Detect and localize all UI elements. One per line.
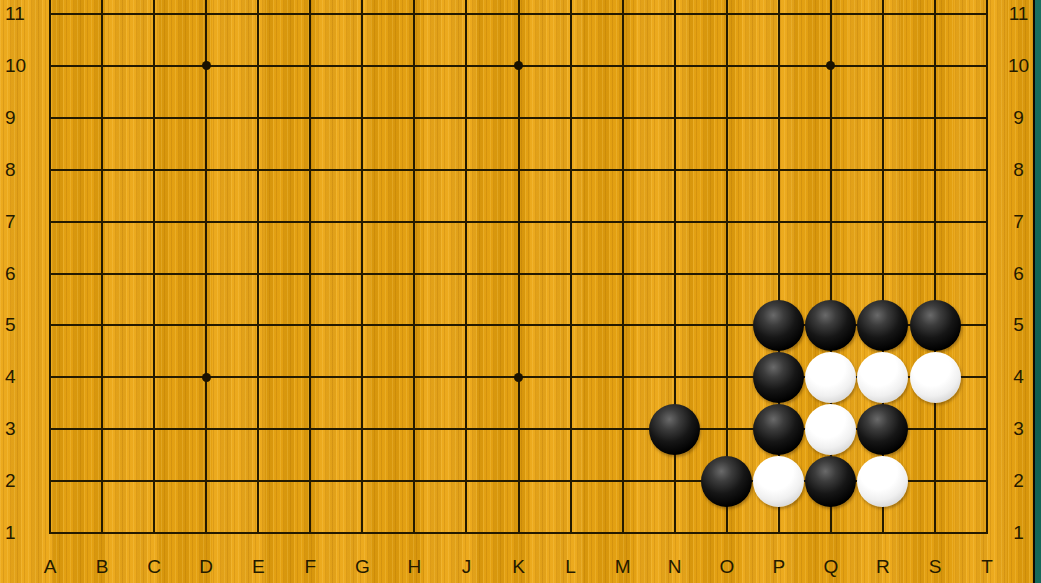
row-label-left-4: 4 bbox=[5, 366, 45, 388]
col-label-O: O bbox=[712, 554, 742, 580]
stone-white-P2 bbox=[753, 456, 804, 507]
row-label-right-5: 5 bbox=[1000, 314, 1037, 336]
row-label-left-6: 6 bbox=[5, 263, 45, 285]
col-label-S: S bbox=[920, 554, 950, 580]
grid-line-vertical-C bbox=[153, 0, 155, 534]
star-point-K4 bbox=[514, 373, 523, 382]
row-label-right-6: 6 bbox=[1000, 263, 1037, 285]
stone-white-Q3 bbox=[805, 404, 856, 455]
grid-line-horizontal-9 bbox=[49, 117, 988, 119]
row-label-right-11: 11 bbox=[1000, 3, 1037, 25]
stone-black-O2 bbox=[701, 456, 752, 507]
grid-line-vertical-O bbox=[726, 0, 728, 534]
row-label-left-10: 10 bbox=[5, 55, 45, 77]
row-label-left-5: 5 bbox=[5, 314, 45, 336]
col-label-M: M bbox=[608, 554, 638, 580]
star-point-D4 bbox=[202, 373, 211, 382]
col-label-T: T bbox=[972, 554, 1002, 580]
stone-black-N3 bbox=[649, 404, 700, 455]
row-label-left-9: 9 bbox=[5, 107, 45, 129]
grid-line-horizontal-6 bbox=[49, 273, 988, 275]
stone-white-R4 bbox=[857, 352, 908, 403]
star-point-D10 bbox=[202, 61, 211, 70]
grid-line-vertical-T bbox=[986, 0, 988, 534]
col-label-C: C bbox=[139, 554, 169, 580]
grid-line-vertical-J bbox=[465, 0, 467, 534]
grid-line-vertical-B bbox=[101, 0, 103, 534]
row-label-right-1: 1 bbox=[1000, 522, 1037, 544]
board-right-edge-strip bbox=[1033, 0, 1041, 583]
stone-black-P3 bbox=[753, 404, 804, 455]
row-label-right-10: 10 bbox=[1000, 55, 1037, 77]
grid-line-vertical-S bbox=[934, 0, 936, 534]
stone-black-Q2 bbox=[805, 456, 856, 507]
col-label-N: N bbox=[660, 554, 690, 580]
row-label-left-7: 7 bbox=[5, 211, 45, 233]
col-label-J: J bbox=[451, 554, 481, 580]
grid-line-vertical-K bbox=[518, 0, 520, 534]
row-label-left-2: 2 bbox=[5, 470, 45, 492]
col-label-G: G bbox=[347, 554, 377, 580]
col-label-R: R bbox=[868, 554, 898, 580]
col-label-B: B bbox=[87, 554, 117, 580]
grid-line-vertical-L bbox=[570, 0, 572, 534]
row-label-left-8: 8 bbox=[5, 159, 45, 181]
go-board[interactable]: 1110987654321 1110987654321 ABCDEFGHJKLM… bbox=[0, 0, 1041, 583]
stone-black-S5 bbox=[910, 300, 961, 351]
grid-line-vertical-E bbox=[257, 0, 259, 534]
grid-line-horizontal-1 bbox=[49, 532, 988, 534]
row-label-left-1: 1 bbox=[5, 522, 45, 544]
grid-line-vertical-A bbox=[49, 0, 51, 534]
col-label-K: K bbox=[504, 554, 534, 580]
grid-line-vertical-D bbox=[205, 0, 207, 534]
row-label-right-9: 9 bbox=[1000, 107, 1037, 129]
stone-black-P5 bbox=[753, 300, 804, 351]
stone-white-S4 bbox=[910, 352, 961, 403]
stone-black-R5 bbox=[857, 300, 908, 351]
col-label-A: A bbox=[35, 554, 65, 580]
stone-white-Q4 bbox=[805, 352, 856, 403]
col-label-L: L bbox=[556, 554, 586, 580]
stone-black-P4 bbox=[753, 352, 804, 403]
grid-line-vertical-M bbox=[622, 0, 624, 534]
row-label-right-4: 4 bbox=[1000, 366, 1037, 388]
row-label-right-7: 7 bbox=[1000, 211, 1037, 233]
stone-white-R2 bbox=[857, 456, 908, 507]
grid-line-vertical-G bbox=[361, 0, 363, 534]
row-label-left-3: 3 bbox=[5, 418, 45, 440]
row-label-right-2: 2 bbox=[1000, 470, 1037, 492]
stone-black-R3 bbox=[857, 404, 908, 455]
col-label-H: H bbox=[399, 554, 429, 580]
star-point-K10 bbox=[514, 61, 523, 70]
row-label-left-11: 11 bbox=[5, 3, 45, 25]
row-label-right-8: 8 bbox=[1000, 159, 1037, 181]
grid-line-vertical-H bbox=[413, 0, 415, 534]
col-label-F: F bbox=[295, 554, 325, 580]
stone-black-Q5 bbox=[805, 300, 856, 351]
grid-line-vertical-F bbox=[309, 0, 311, 534]
col-label-P: P bbox=[764, 554, 794, 580]
star-point-Q10 bbox=[826, 61, 835, 70]
grid-line-horizontal-8 bbox=[49, 169, 988, 171]
col-label-E: E bbox=[243, 554, 273, 580]
col-label-Q: Q bbox=[816, 554, 846, 580]
row-label-right-3: 3 bbox=[1000, 418, 1037, 440]
grid-line-horizontal-11 bbox=[49, 13, 988, 15]
col-label-D: D bbox=[191, 554, 221, 580]
grid-line-horizontal-7 bbox=[49, 221, 988, 223]
